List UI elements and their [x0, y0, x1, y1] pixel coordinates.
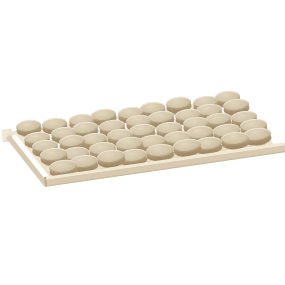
product-photo-stage: [0, 0, 285, 285]
spring-disc: [145, 143, 174, 158]
spring-disc: [172, 137, 201, 153]
spring-disc: [221, 131, 250, 146]
spring-disc: [97, 149, 126, 165]
